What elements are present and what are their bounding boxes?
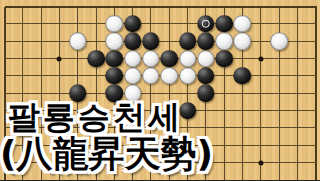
grid-hline [5, 23, 317, 24]
black-stone [106, 50, 124, 68]
white-stone [234, 32, 252, 50]
star-point [258, 56, 263, 61]
black-stone [106, 67, 124, 85]
black-stone [197, 32, 215, 50]
black-stone [197, 84, 215, 102]
white-stone [234, 15, 252, 33]
black-stone [234, 67, 252, 85]
white-stone [197, 50, 215, 68]
go-board-thumbnail: 팔룡승천세 (八龍昇天勢) [0, 0, 320, 180]
last-move-marker [202, 20, 211, 29]
white-stone [160, 67, 178, 85]
black-stone [124, 15, 142, 33]
white-stone [69, 32, 87, 50]
white-stone [270, 32, 288, 50]
white-stone [179, 50, 197, 68]
grid-hline [5, 93, 317, 94]
white-stone [142, 67, 160, 85]
black-stone [197, 67, 215, 85]
black-stone [142, 32, 160, 50]
black-stone [215, 50, 233, 68]
black-stone [179, 32, 197, 50]
white-stone [106, 32, 124, 50]
white-stone [124, 50, 142, 68]
black-stone [160, 50, 178, 68]
black-stone [124, 32, 142, 50]
white-stone [142, 50, 160, 68]
caption-korean: 팔룡승천세 [8, 101, 183, 133]
white-stone [124, 67, 142, 85]
caption-hanja: (八龍昇天勢) [0, 136, 213, 172]
star-point [57, 56, 62, 61]
white-stone [106, 15, 124, 33]
white-stone [179, 67, 197, 85]
white-stone [215, 32, 233, 50]
black-stone [87, 50, 105, 68]
star-point [258, 160, 263, 165]
grid-hline [5, 180, 317, 181]
grid-hline [5, 6, 317, 8]
black-stone [215, 15, 233, 33]
